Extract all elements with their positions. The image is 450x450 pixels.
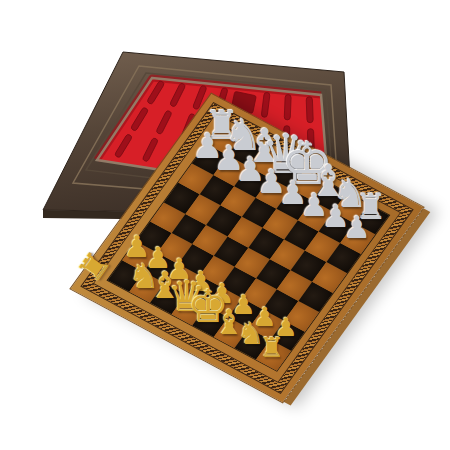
piece-slot bbox=[284, 94, 291, 120]
chess-set-photo: ♜♞♟♝♟♛♟♚♟♝♟♞♟♜♟♟♟♟♜♟♞♟♝♟♛♟♚♟♝♟♞♜ bbox=[0, 0, 450, 450]
piece-slot bbox=[306, 97, 313, 123]
